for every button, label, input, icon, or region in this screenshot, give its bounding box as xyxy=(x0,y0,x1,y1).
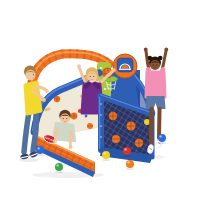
girl-purple-eye-left xyxy=(90,76,91,77)
ball-blue-2 xyxy=(158,134,166,142)
ball-highlight xyxy=(124,148,126,150)
toddler-left-hand xyxy=(53,139,57,143)
boy-front-leg xyxy=(33,111,36,151)
ball-shadow xyxy=(36,154,44,156)
girl-pink-right-hand xyxy=(164,48,168,52)
backboard-inset xyxy=(117,58,133,72)
girl-purple-eye-right xyxy=(93,76,94,77)
ball-shadow xyxy=(158,142,166,144)
ball-shadow xyxy=(126,168,134,170)
girl-pink-puff-left xyxy=(148,56,153,61)
product-photo: little tikes xyxy=(0,0,200,200)
ball-shadow xyxy=(102,159,110,161)
toddler-eye-right xyxy=(66,118,67,119)
ball-yellow xyxy=(102,151,110,159)
girl-pink-left-leg xyxy=(151,109,152,143)
girl-pink-puff-right xyxy=(158,56,163,61)
ball-highlight xyxy=(103,152,105,154)
ball-highlight xyxy=(56,164,58,166)
ball-green xyxy=(55,163,63,171)
girl-purple-right-hand xyxy=(112,68,116,72)
ball-highlight xyxy=(159,135,161,137)
product-photo-canvas: little tikes xyxy=(0,0,200,200)
boy-left-hand xyxy=(42,98,46,102)
ball-shadow xyxy=(55,171,63,173)
girl-pink-right-leg xyxy=(159,109,160,138)
girl-pink-eye-right xyxy=(156,64,157,65)
ball-shadow xyxy=(123,155,131,157)
girl-pink-left-hand xyxy=(144,48,148,52)
ball-blue xyxy=(36,146,44,154)
toddler-right-hand xyxy=(69,145,73,149)
toddler-eye-left xyxy=(63,118,64,119)
girl-pink-eye-left xyxy=(153,64,154,65)
boy-eye xyxy=(33,74,34,75)
ball-highlight xyxy=(127,161,129,163)
boy-back-leg xyxy=(24,112,29,152)
boy-right-hand xyxy=(45,89,49,93)
girl-pink-shorts xyxy=(146,96,166,109)
ball-red xyxy=(123,147,131,155)
ball-orange xyxy=(126,160,134,168)
ball-highlight xyxy=(37,147,39,149)
girl-purple-left-hand xyxy=(77,64,81,68)
